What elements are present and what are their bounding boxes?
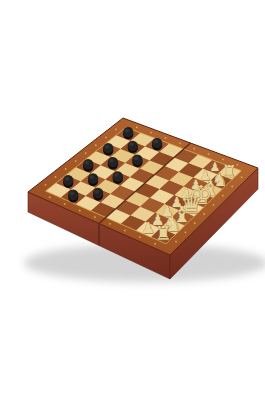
- coordinate-mark: [64, 203, 66, 205]
- coordinate-mark: [115, 129, 117, 131]
- svg-text:♟: ♟: [141, 219, 154, 237]
- coordinate-mark: [208, 153, 210, 155]
- coordinate-mark: [193, 148, 195, 150]
- coordinate-mark: [179, 142, 181, 144]
- coordinate-mark: [124, 230, 126, 232]
- checker-piece-black: [83, 159, 93, 172]
- checker-piece-black: [113, 171, 123, 184]
- checker-piece-black: [152, 138, 162, 150]
- coordinate-mark: [222, 195, 224, 197]
- coordinate-mark: [79, 210, 81, 212]
- svg-text:♜: ♜: [155, 222, 172, 244]
- coordinate-mark: [105, 136, 107, 138]
- coordinate-mark: [95, 144, 97, 146]
- coordinate-mark: [109, 223, 111, 225]
- checker-piece-black: [103, 143, 113, 156]
- coordinate-mark: [45, 184, 47, 186]
- coordinate-mark: [85, 152, 87, 154]
- coordinate-mark: [75, 160, 77, 162]
- coordinate-mark: [94, 216, 96, 218]
- coordinate-mark: [136, 126, 138, 128]
- chess-piece-pawn: ♟♟: [141, 219, 155, 238]
- chess-set-product-photo: ♟♟♜♜♟♟♞♞♟♟♝♝♟♟♚♚♟♟♛♛♟♟♝♝♟♟♞♞♟♟♜♜: [0, 0, 265, 395]
- checker-piece-black: [93, 188, 103, 201]
- checker-piece-black: [108, 157, 118, 170]
- coordinate-mark: [241, 176, 243, 178]
- coordinate-mark: [65, 168, 67, 170]
- coordinate-mark: [55, 176, 57, 178]
- coordinate-mark: [165, 137, 167, 139]
- coordinate-mark: [184, 231, 186, 233]
- checker-piece-black: [88, 173, 98, 186]
- coordinate-mark: [49, 196, 51, 198]
- checker-piece-black: [123, 127, 133, 139]
- coordinate-mark: [231, 186, 233, 188]
- coordinate-mark: [194, 222, 196, 224]
- checker-piece-black: [68, 189, 78, 202]
- coordinate-mark: [222, 159, 224, 161]
- coordinate-mark: [175, 241, 177, 243]
- checker-piece-black: [63, 175, 73, 188]
- board-photo-svg: ♟♟♜♜♟♟♞♞♟♟♝♝♟♟♚♚♟♟♛♛♟♟♝♝♟♟♞♞♟♟♜♜: [0, 0, 265, 395]
- checker-piece-black: [128, 141, 138, 153]
- chess-piece-rook: ♜♜: [155, 222, 173, 245]
- checker-piece-black: [132, 155, 142, 168]
- coordinate-mark: [150, 132, 152, 134]
